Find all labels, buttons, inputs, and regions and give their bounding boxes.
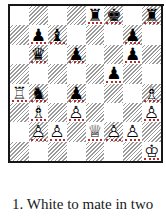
- square-a1: [10, 142, 29, 161]
- square-a2: [10, 122, 29, 141]
- square-c7: ♝: [48, 25, 67, 44]
- black-queen-icon: ♛: [29, 45, 48, 64]
- square-d4: ♟: [67, 84, 86, 103]
- square-c1: [48, 142, 67, 161]
- square-d1: [67, 142, 86, 161]
- square-g1: [123, 142, 142, 161]
- square-c5: [48, 64, 67, 83]
- square-e4: [86, 84, 105, 103]
- square-g6: ♟: [123, 45, 142, 64]
- square-d6: ♟: [67, 45, 86, 64]
- square-a3: [10, 103, 29, 122]
- white-pawn-icon: ♟♙: [142, 103, 161, 122]
- white-bishop-icon: ♝♗: [29, 103, 48, 122]
- black-pawn-icon: ♟: [123, 45, 142, 64]
- square-b3: ♝♗: [29, 103, 48, 122]
- black-rook-icon: ♜: [142, 6, 161, 25]
- square-g4: [123, 84, 142, 103]
- page: ♜♚♜♟♝♟♛♟♟♟♜♖♞♟♝♗♝♗♟♙♟♙♟♙♟♙♛♕♟♙♟♙♚♔ 1. Wh…: [0, 0, 166, 221]
- square-g7: ♟: [123, 25, 142, 44]
- square-g8: [123, 6, 142, 25]
- square-h5: [142, 64, 161, 83]
- square-d2: [67, 122, 86, 141]
- square-f1: [104, 142, 123, 161]
- square-d8: [67, 6, 86, 25]
- square-h6: [142, 45, 161, 64]
- black-bishop-icon: ♝: [48, 25, 67, 44]
- square-f6: [104, 45, 123, 64]
- white-pawn-icon: ♟♙: [123, 122, 142, 141]
- square-a5: [10, 64, 29, 83]
- square-h2: [142, 122, 161, 141]
- square-b2: ♟♙: [29, 122, 48, 141]
- square-c2: ♟♙: [48, 122, 67, 141]
- puzzle-caption: 1. White to mate in two: [12, 196, 153, 213]
- square-e1: [86, 142, 105, 161]
- square-c8: [48, 6, 67, 25]
- square-h1: ♚♔: [142, 142, 161, 161]
- square-b4: ♞: [29, 84, 48, 103]
- black-rook-icon: ♜: [86, 6, 105, 25]
- white-pawn-icon: ♟♙: [104, 122, 123, 141]
- square-f2: ♟♙: [104, 122, 123, 141]
- black-king-icon: ♚: [104, 6, 123, 25]
- square-f8: ♚: [104, 6, 123, 25]
- square-h3: ♟♙: [142, 103, 161, 122]
- black-pawn-icon: ♟: [67, 45, 86, 64]
- square-d3: ♟♙: [67, 103, 86, 122]
- black-pawn-icon: ♟: [29, 25, 48, 44]
- square-a4: ♜♖: [10, 84, 29, 103]
- square-f7: [104, 25, 123, 44]
- square-a6: [10, 45, 29, 64]
- square-e6: [86, 45, 105, 64]
- square-f3: [104, 103, 123, 122]
- square-a8: [10, 6, 29, 25]
- black-knight-icon: ♞: [29, 84, 48, 103]
- square-g3: [123, 103, 142, 122]
- square-e7: [86, 25, 105, 44]
- square-a7: [10, 25, 29, 44]
- square-b1: [29, 142, 48, 161]
- white-king-icon: ♚♔: [142, 142, 161, 161]
- white-pawn-icon: ♟♙: [48, 122, 67, 141]
- square-e3: [86, 103, 105, 122]
- white-bishop-icon: ♝♗: [142, 84, 161, 103]
- white-pawn-icon: ♟♙: [67, 103, 86, 122]
- square-c3: [48, 103, 67, 122]
- black-pawn-icon: ♟: [67, 84, 86, 103]
- square-d5: [67, 64, 86, 83]
- square-b6: ♛: [29, 45, 48, 64]
- square-d7: [67, 25, 86, 44]
- square-e5: [86, 64, 105, 83]
- black-pawn-icon: ♟: [123, 25, 142, 44]
- square-c6: [48, 45, 67, 64]
- square-b8: [29, 6, 48, 25]
- square-h8: ♜: [142, 6, 161, 25]
- chess-board: ♜♚♜♟♝♟♛♟♟♟♜♖♞♟♝♗♝♗♟♙♟♙♟♙♟♙♛♕♟♙♟♙♚♔: [8, 6, 163, 163]
- square-c4: [48, 84, 67, 103]
- white-queen-icon: ♛♕: [86, 122, 105, 141]
- square-e2: ♛♕: [86, 122, 105, 141]
- square-g5: [123, 64, 142, 83]
- square-h4: ♝♗: [142, 84, 161, 103]
- white-rook-icon: ♜♖: [10, 84, 29, 103]
- square-f5: ♟: [104, 64, 123, 83]
- square-e8: ♜: [86, 6, 105, 25]
- square-f4: [104, 84, 123, 103]
- square-b7: ♟: [29, 25, 48, 44]
- black-pawn-icon: ♟: [104, 64, 123, 83]
- square-h7: [142, 25, 161, 44]
- square-g2: ♟♙: [123, 122, 142, 141]
- square-b5: [29, 64, 48, 83]
- white-pawn-icon: ♟♙: [29, 122, 48, 141]
